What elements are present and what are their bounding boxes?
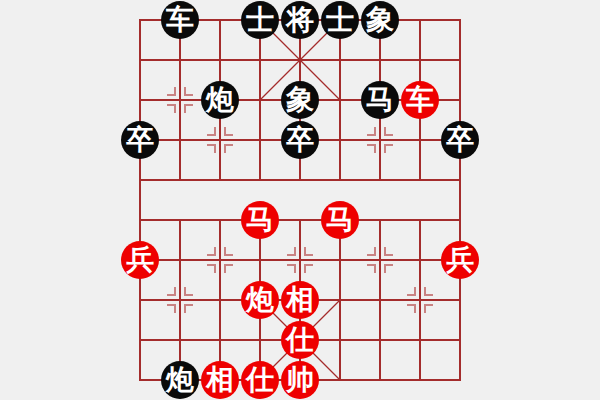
piece-black-elephant[interactable]: 象 [281, 81, 319, 119]
piece-black-general[interactable]: 将 [281, 1, 319, 39]
piece-black-elephant[interactable]: 象 [361, 1, 399, 39]
piece-red-elephant[interactable]: 相 [281, 281, 319, 319]
piece-red-soldier[interactable]: 兵 [441, 241, 479, 279]
piece-black-soldier[interactable]: 卒 [281, 121, 319, 159]
xiangqi-app: 车士将士象炮象马车卒卒卒马马兵兵炮相仕炮相仕帅 [0, 0, 600, 400]
piece-black-soldier[interactable]: 卒 [121, 121, 159, 159]
piece-red-horse[interactable]: 马 [241, 201, 279, 239]
piece-red-chariot[interactable]: 车 [401, 81, 439, 119]
piece-red-horse[interactable]: 马 [321, 201, 359, 239]
piece-red-cannon[interactable]: 炮 [241, 281, 279, 319]
piece-black-advisor[interactable]: 士 [241, 1, 279, 39]
piece-red-elephant[interactable]: 相 [201, 361, 239, 399]
piece-red-soldier[interactable]: 兵 [121, 241, 159, 279]
xiangqi-board: 车士将士象炮象马车卒卒卒马马兵兵炮相仕炮相仕帅 [120, 0, 480, 400]
piece-black-advisor[interactable]: 士 [321, 1, 359, 39]
piece-red-advisor[interactable]: 仕 [241, 361, 279, 399]
piece-red-advisor[interactable]: 仕 [281, 321, 319, 359]
piece-black-chariot[interactable]: 车 [161, 1, 199, 39]
piece-black-horse[interactable]: 马 [361, 81, 399, 119]
piece-black-cannon[interactable]: 炮 [201, 81, 239, 119]
piece-black-cannon[interactable]: 炮 [161, 361, 199, 399]
piece-black-soldier[interactable]: 卒 [441, 121, 479, 159]
piece-red-general[interactable]: 帅 [281, 361, 319, 399]
